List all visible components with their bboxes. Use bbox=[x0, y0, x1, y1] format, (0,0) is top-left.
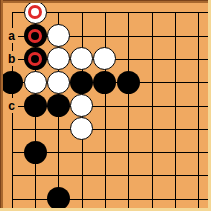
go-board-diagram: abc bbox=[0, 0, 211, 211]
stone-black bbox=[93, 71, 116, 94]
red-circle-marker bbox=[28, 5, 42, 19]
grid-vline bbox=[105, 12, 106, 208]
stone-white bbox=[70, 94, 93, 117]
board-border-top bbox=[0, 0, 211, 3]
board-crop-edge-bottom bbox=[0, 208, 211, 211]
point-label-b: b bbox=[5, 51, 18, 66]
red-circle-marker bbox=[28, 29, 42, 43]
stone-black-marked bbox=[24, 24, 47, 47]
red-circle-marker bbox=[28, 52, 42, 66]
stone-black bbox=[70, 71, 93, 94]
stone-black bbox=[24, 141, 47, 164]
board-crop-edge-right bbox=[208, 0, 211, 211]
stone-black bbox=[117, 71, 140, 94]
grid-hline bbox=[12, 129, 209, 130]
stone-white bbox=[47, 24, 70, 47]
stone-white bbox=[47, 47, 70, 70]
stone-black bbox=[47, 187, 70, 210]
grid-vline bbox=[152, 12, 153, 208]
stone-white-marked bbox=[24, 1, 47, 24]
stone-black bbox=[0, 71, 23, 94]
stone-black bbox=[47, 94, 70, 117]
grid-vline bbox=[198, 12, 199, 208]
grid-vline bbox=[128, 12, 129, 208]
stone-white bbox=[47, 71, 70, 94]
point-label-c: c bbox=[5, 98, 18, 113]
stone-black-marked bbox=[24, 47, 47, 70]
grid-hline bbox=[12, 199, 209, 200]
grid-hline bbox=[12, 175, 209, 176]
stone-white bbox=[70, 47, 93, 70]
stone-white bbox=[70, 117, 93, 140]
point-label-a: a bbox=[5, 28, 18, 43]
stone-white bbox=[24, 71, 47, 94]
grid-vline bbox=[175, 12, 176, 208]
board-border-left bbox=[0, 0, 3, 211]
stone-black bbox=[24, 94, 47, 117]
stone-white bbox=[93, 47, 116, 70]
